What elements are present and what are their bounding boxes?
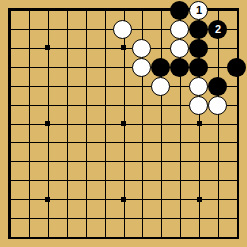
stone-black [208,77,227,96]
move-number-label: 2 [215,23,221,34]
stone-white [170,39,189,58]
go-diagram: 12 [0,0,247,247]
stone-black [227,58,246,77]
stone-black [170,58,189,77]
move-number-label: 1 [196,4,202,15]
stones-layer: 12 [1,1,247,247]
stone-black-numbered: 2 [208,20,227,39]
go-board: 12 [0,0,247,247]
stone-white [170,20,189,39]
stone-black [189,20,208,39]
stone-white [189,77,208,96]
stone-white [113,20,132,39]
stone-white [151,77,170,96]
stone-white [132,39,151,58]
stone-white-numbered: 1 [189,1,208,20]
stone-white [208,96,227,115]
stone-black [189,39,208,58]
stone-white [132,58,151,77]
stone-black [151,58,170,77]
stone-black [189,58,208,77]
stone-black [170,1,189,20]
stone-white [189,96,208,115]
